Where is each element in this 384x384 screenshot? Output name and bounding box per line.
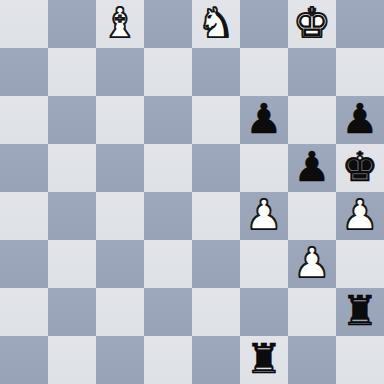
white-pawn-h4[interactable]: ♟ bbox=[342, 191, 379, 239]
square-b5[interactable] bbox=[48, 144, 96, 192]
square-a7[interactable] bbox=[0, 48, 48, 96]
chess-board: ♝♞♚♟♟♟♚♟♟♟♜♜ bbox=[0, 0, 384, 384]
square-h5[interactable]: ♚ bbox=[336, 144, 384, 192]
square-d2[interactable] bbox=[144, 288, 192, 336]
white-bishop-c8[interactable]: ♝ bbox=[102, 0, 139, 47]
square-g6[interactable] bbox=[288, 96, 336, 144]
square-g8[interactable]: ♚ bbox=[288, 0, 336, 48]
square-g5[interactable]: ♟ bbox=[288, 144, 336, 192]
square-e3[interactable] bbox=[192, 240, 240, 288]
square-d3[interactable] bbox=[144, 240, 192, 288]
square-d6[interactable] bbox=[144, 96, 192, 144]
square-a3[interactable] bbox=[0, 240, 48, 288]
black-pawn-h6[interactable]: ♟ bbox=[342, 95, 379, 143]
square-e4[interactable] bbox=[192, 192, 240, 240]
square-c8[interactable]: ♝ bbox=[96, 0, 144, 48]
square-a1[interactable] bbox=[0, 336, 48, 384]
square-b4[interactable] bbox=[48, 192, 96, 240]
square-a5[interactable] bbox=[0, 144, 48, 192]
square-f7[interactable] bbox=[240, 48, 288, 96]
square-a2[interactable] bbox=[0, 288, 48, 336]
square-g3[interactable]: ♟ bbox=[288, 240, 336, 288]
square-e7[interactable] bbox=[192, 48, 240, 96]
square-e2[interactable] bbox=[192, 288, 240, 336]
square-g1[interactable] bbox=[288, 336, 336, 384]
square-h4[interactable]: ♟ bbox=[336, 192, 384, 240]
square-f4[interactable]: ♟ bbox=[240, 192, 288, 240]
square-f1[interactable]: ♜ bbox=[240, 336, 288, 384]
square-d5[interactable] bbox=[144, 144, 192, 192]
square-b7[interactable] bbox=[48, 48, 96, 96]
black-rook-h2[interactable]: ♜ bbox=[342, 287, 379, 335]
square-d7[interactable] bbox=[144, 48, 192, 96]
black-pawn-f6[interactable]: ♟ bbox=[246, 95, 283, 143]
square-e5[interactable] bbox=[192, 144, 240, 192]
square-e8[interactable]: ♞ bbox=[192, 0, 240, 48]
white-king-g8[interactable]: ♚ bbox=[294, 0, 331, 47]
square-c5[interactable] bbox=[96, 144, 144, 192]
square-e6[interactable] bbox=[192, 96, 240, 144]
square-a4[interactable] bbox=[0, 192, 48, 240]
square-h8[interactable] bbox=[336, 0, 384, 48]
square-f5[interactable] bbox=[240, 144, 288, 192]
square-e1[interactable] bbox=[192, 336, 240, 384]
square-c7[interactable] bbox=[96, 48, 144, 96]
square-a6[interactable] bbox=[0, 96, 48, 144]
white-pawn-g3[interactable]: ♟ bbox=[294, 239, 331, 287]
square-b8[interactable] bbox=[48, 0, 96, 48]
square-f2[interactable] bbox=[240, 288, 288, 336]
square-d1[interactable] bbox=[144, 336, 192, 384]
square-g7[interactable] bbox=[288, 48, 336, 96]
black-rook-f1[interactable]: ♜ bbox=[246, 335, 283, 383]
square-c4[interactable] bbox=[96, 192, 144, 240]
square-h6[interactable]: ♟ bbox=[336, 96, 384, 144]
square-b2[interactable] bbox=[48, 288, 96, 336]
square-c1[interactable] bbox=[96, 336, 144, 384]
black-pawn-g5[interactable]: ♟ bbox=[294, 143, 331, 191]
square-b6[interactable] bbox=[48, 96, 96, 144]
square-h1[interactable] bbox=[336, 336, 384, 384]
square-f3[interactable] bbox=[240, 240, 288, 288]
square-b3[interactable] bbox=[48, 240, 96, 288]
white-pawn-f4[interactable]: ♟ bbox=[246, 191, 283, 239]
square-d8[interactable] bbox=[144, 0, 192, 48]
square-h2[interactable]: ♜ bbox=[336, 288, 384, 336]
white-knight-e8[interactable]: ♞ bbox=[198, 0, 235, 47]
square-g4[interactable] bbox=[288, 192, 336, 240]
square-d4[interactable] bbox=[144, 192, 192, 240]
square-b1[interactable] bbox=[48, 336, 96, 384]
square-h7[interactable] bbox=[336, 48, 384, 96]
square-c3[interactable] bbox=[96, 240, 144, 288]
square-f6[interactable]: ♟ bbox=[240, 96, 288, 144]
square-c6[interactable] bbox=[96, 96, 144, 144]
black-king-h5[interactable]: ♚ bbox=[342, 143, 379, 191]
chess-board-container: ♝♞♚♟♟♟♚♟♟♟♜♜ bbox=[0, 0, 384, 384]
square-c2[interactable] bbox=[96, 288, 144, 336]
square-g2[interactable] bbox=[288, 288, 336, 336]
square-h3[interactable] bbox=[336, 240, 384, 288]
square-f8[interactable] bbox=[240, 0, 288, 48]
square-a8[interactable] bbox=[0, 0, 48, 48]
